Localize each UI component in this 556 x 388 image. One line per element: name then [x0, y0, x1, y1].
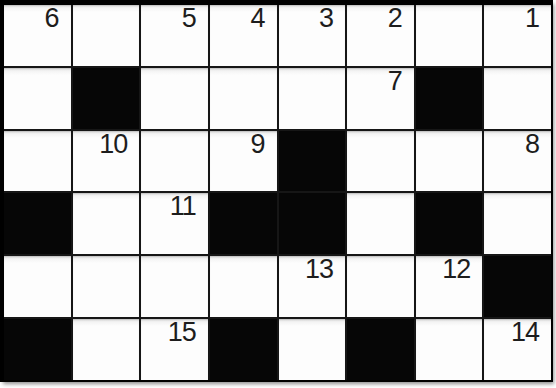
cell-r0c2[interactable]: 5	[141, 5, 208, 66]
clue-number: 6	[45, 5, 59, 33]
clue-number: 14	[511, 319, 539, 347]
clue-number: 10	[99, 131, 127, 159]
cell-r2c2[interactable]	[141, 131, 208, 192]
cell-r0c0[interactable]: 6	[4, 5, 71, 66]
crossword-grid: 654321710981113121514	[0, 0, 553, 382]
clue-number: 5	[182, 5, 196, 33]
cell-r3c0	[4, 193, 71, 254]
cell-r1c0[interactable]	[4, 68, 71, 129]
cell-r5c2[interactable]: 15	[141, 319, 208, 380]
cell-r0c5[interactable]: 2	[347, 5, 414, 66]
cell-r1c7[interactable]	[484, 68, 551, 129]
cell-r2c4	[279, 131, 346, 192]
cell-r1c4[interactable]	[279, 68, 346, 129]
cell-r5c4[interactable]	[279, 319, 346, 380]
cell-r4c5[interactable]	[347, 256, 414, 317]
cell-r2c3[interactable]: 9	[210, 131, 277, 192]
clue-number: 2	[388, 5, 402, 33]
crossword-page: 654321710981113121514	[0, 0, 556, 388]
cell-r2c5[interactable]	[347, 131, 414, 192]
cell-r3c1[interactable]	[73, 193, 140, 254]
cell-r5c3	[210, 319, 277, 380]
clue-number: 3	[319, 5, 333, 33]
cell-r0c7[interactable]: 1	[484, 5, 551, 66]
cell-r4c7	[484, 256, 551, 317]
cell-r5c0	[4, 319, 71, 380]
cell-r1c1	[73, 68, 140, 129]
cell-r4c3[interactable]	[210, 256, 277, 317]
clue-number: 9	[250, 131, 264, 159]
cell-r4c6[interactable]: 12	[416, 256, 483, 317]
cell-r1c2[interactable]	[141, 68, 208, 129]
clue-number: 12	[442, 256, 470, 284]
cell-r1c5[interactable]: 7	[347, 68, 414, 129]
cell-r1c6	[416, 68, 483, 129]
cell-r2c6[interactable]	[416, 131, 483, 192]
cell-r4c4[interactable]: 13	[279, 256, 346, 317]
cell-r1c3[interactable]	[210, 68, 277, 129]
cell-r4c0[interactable]	[4, 256, 71, 317]
clue-number: 4	[250, 5, 264, 33]
cell-r5c1[interactable]	[73, 319, 140, 380]
cell-r4c1[interactable]	[73, 256, 140, 317]
cell-r3c3	[210, 193, 277, 254]
cell-r3c5[interactable]	[347, 193, 414, 254]
cell-r3c6	[416, 193, 483, 254]
clue-number: 15	[168, 319, 196, 347]
clue-number: 11	[170, 193, 196, 221]
cell-r5c5	[347, 319, 414, 380]
cell-r5c7[interactable]: 14	[484, 319, 551, 380]
clue-number: 7	[388, 68, 402, 96]
clue-number: 8	[525, 131, 539, 159]
cell-r3c4	[279, 193, 346, 254]
cell-r0c3[interactable]: 4	[210, 5, 277, 66]
cell-r0c4[interactable]: 3	[279, 5, 346, 66]
cell-r0c1[interactable]	[73, 5, 140, 66]
clue-number: 13	[305, 256, 333, 284]
cell-r3c7[interactable]	[484, 193, 551, 254]
cell-r0c6[interactable]	[416, 5, 483, 66]
cell-r4c2[interactable]	[141, 256, 208, 317]
cell-r2c7[interactable]: 8	[484, 131, 551, 192]
clue-number: 1	[525, 5, 539, 33]
cell-r5c6[interactable]	[416, 319, 483, 380]
cell-r2c0[interactable]	[4, 131, 71, 192]
cell-r3c2[interactable]: 11	[141, 193, 208, 254]
cell-r2c1[interactable]: 10	[73, 131, 140, 192]
